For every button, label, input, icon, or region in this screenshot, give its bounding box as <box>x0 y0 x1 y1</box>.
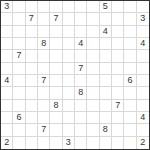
empty-cell-r11c3[interactable] <box>26 124 38 136</box>
empty-cell-r5c7[interactable] <box>75 50 87 62</box>
empty-cell-r12c4[interactable] <box>38 137 50 149</box>
empty-cell-r6c1[interactable] <box>1 63 13 75</box>
empty-cell-r12c8[interactable] <box>87 137 99 149</box>
empty-cell-r9c1[interactable] <box>1 100 13 112</box>
empty-cell-r7c7[interactable] <box>75 75 87 87</box>
empty-cell-r6c8[interactable] <box>87 63 99 75</box>
empty-cell-r11c11[interactable] <box>124 124 136 136</box>
empty-cell-r5c6[interactable] <box>63 50 75 62</box>
empty-cell-r2c7[interactable] <box>75 13 87 25</box>
empty-cell-r9c7[interactable] <box>75 100 87 112</box>
empty-cell-r3c4[interactable] <box>38 26 50 38</box>
empty-cell-r9c3[interactable] <box>26 100 38 112</box>
empty-cell-r5c3[interactable] <box>26 50 38 62</box>
empty-cell-r5c1[interactable] <box>1 50 13 62</box>
empty-cell-r10c10[interactable] <box>112 112 124 124</box>
empty-cell-r2c1[interactable] <box>1 13 13 25</box>
clue-cell-r2c5: 7 <box>50 13 62 25</box>
clue-cell-r8c7: 8 <box>75 87 87 99</box>
empty-cell-r5c11[interactable] <box>124 50 136 62</box>
clue-cell-r7c4: 7 <box>38 75 50 87</box>
empty-cell-r3c3[interactable] <box>26 26 38 38</box>
empty-cell-r1c7[interactable] <box>75 1 87 13</box>
empty-cell-r12c5[interactable] <box>50 137 62 149</box>
empty-cell-r8c4[interactable] <box>38 87 50 99</box>
clue-cell-r2c12: 3 <box>137 13 149 25</box>
empty-cell-r2c8[interactable] <box>87 13 99 25</box>
empty-cell-r3c1[interactable] <box>1 26 13 38</box>
empty-cell-r2c6[interactable] <box>63 13 75 25</box>
empty-cell-r6c9[interactable] <box>100 63 112 75</box>
empty-cell-r10c7[interactable] <box>75 112 87 124</box>
empty-cell-r10c6[interactable] <box>63 112 75 124</box>
clue-cell-r1c1: 3 <box>1 1 13 13</box>
empty-cell-r8c10[interactable] <box>112 87 124 99</box>
empty-cell-r4c3[interactable] <box>26 38 38 50</box>
empty-cell-r2c4[interactable] <box>38 13 50 25</box>
empty-cell-r4c8[interactable] <box>87 38 99 50</box>
empty-cell-r12c11[interactable] <box>124 137 136 149</box>
clue-cell-r4c12: 4 <box>137 38 149 50</box>
clue-cell-r6c7: 7 <box>75 63 87 75</box>
empty-cell-r9c4[interactable] <box>38 100 50 112</box>
empty-cell-r6c3[interactable] <box>26 63 38 75</box>
empty-cell-r8c12[interactable] <box>137 87 149 99</box>
empty-cell-r3c10[interactable] <box>112 26 124 38</box>
clue-cell-r9c5: 8 <box>50 100 62 112</box>
empty-cell-r4c9[interactable] <box>100 38 112 50</box>
empty-cell-r9c8[interactable] <box>87 100 99 112</box>
empty-cell-r1c4[interactable] <box>38 1 50 13</box>
empty-cell-r6c5[interactable] <box>50 63 62 75</box>
empty-cell-r3c6[interactable] <box>63 26 75 38</box>
empty-cell-r8c3[interactable] <box>26 87 38 99</box>
clue-cell-r3c9: 4 <box>100 26 112 38</box>
clue-cell-r4c7: 4 <box>75 38 87 50</box>
clue-cell-r12c12: 2 <box>137 137 149 149</box>
empty-cell-r11c5[interactable] <box>50 124 62 136</box>
empty-cell-r3c12[interactable] <box>137 26 149 38</box>
empty-cell-r1c6[interactable] <box>63 1 75 13</box>
empty-cell-r7c5[interactable] <box>50 75 62 87</box>
empty-cell-r12c9[interactable] <box>100 137 112 149</box>
clue-cell-r10c2: 6 <box>13 112 25 124</box>
clue-cell-r9c10: 7 <box>112 100 124 112</box>
empty-cell-r10c8[interactable] <box>87 112 99 124</box>
empty-cell-r8c2[interactable] <box>13 87 25 99</box>
empty-cell-r6c11[interactable] <box>124 63 136 75</box>
clue-cell-r2c3: 7 <box>26 13 38 25</box>
empty-cell-r2c10[interactable] <box>112 13 124 25</box>
empty-cell-r12c10[interactable] <box>112 137 124 149</box>
empty-cell-r8c1[interactable] <box>1 87 13 99</box>
empty-cell-r5c5[interactable] <box>50 50 62 62</box>
empty-cell-r10c9[interactable] <box>100 112 112 124</box>
empty-cell-r5c10[interactable] <box>112 50 124 62</box>
empty-cell-r4c6[interactable] <box>63 38 75 50</box>
empty-cell-r10c5[interactable] <box>50 112 62 124</box>
empty-cell-r11c8[interactable] <box>87 124 99 136</box>
empty-cell-r7c2[interactable] <box>13 75 25 87</box>
empty-cell-r9c9[interactable] <box>100 100 112 112</box>
empty-cell-r5c9[interactable] <box>100 50 112 62</box>
clue-cell-r4c4: 8 <box>38 38 50 50</box>
empty-cell-r12c7[interactable] <box>75 137 87 149</box>
empty-cell-r9c2[interactable] <box>13 100 25 112</box>
empty-cell-r5c8[interactable] <box>87 50 99 62</box>
empty-cell-r4c2[interactable] <box>13 38 25 50</box>
empty-cell-r9c11[interactable] <box>124 100 136 112</box>
empty-cell-r1c10[interactable] <box>112 1 124 13</box>
empty-cell-r12c2[interactable] <box>13 137 25 149</box>
empty-cell-r2c11[interactable] <box>124 13 136 25</box>
empty-cell-r11c7[interactable] <box>75 124 87 136</box>
empty-cell-r6c2[interactable] <box>13 63 25 75</box>
empty-cell-r9c12[interactable] <box>137 100 149 112</box>
clue-cell-r10c12: 4 <box>137 112 149 124</box>
empty-cell-r4c5[interactable] <box>50 38 62 50</box>
empty-cell-r7c6[interactable] <box>63 75 75 87</box>
empty-cell-r6c10[interactable] <box>112 63 124 75</box>
empty-cell-r3c8[interactable] <box>87 26 99 38</box>
clue-cell-r7c1: 4 <box>1 75 13 87</box>
empty-cell-r3c5[interactable] <box>50 26 62 38</box>
empty-cell-r3c11[interactable] <box>124 26 136 38</box>
empty-cell-r4c1[interactable] <box>1 38 13 50</box>
empty-cell-r1c11[interactable] <box>124 1 136 13</box>
empty-cell-r2c2[interactable] <box>13 13 25 25</box>
empty-cell-r11c1[interactable] <box>1 124 13 136</box>
empty-cell-r7c10[interactable] <box>112 75 124 87</box>
empty-cell-r6c12[interactable] <box>137 63 149 75</box>
empty-cell-r6c6[interactable] <box>63 63 75 75</box>
empty-cell-r8c11[interactable] <box>124 87 136 99</box>
empty-cell-r10c3[interactable] <box>26 112 38 124</box>
empty-cell-r11c2[interactable] <box>13 124 25 136</box>
empty-cell-r7c8[interactable] <box>87 75 99 87</box>
empty-cell-r3c7[interactable] <box>75 26 87 38</box>
empty-cell-r8c5[interactable] <box>50 87 62 99</box>
clue-cell-r5c2: 7 <box>13 50 25 62</box>
empty-cell-r10c11[interactable] <box>124 112 136 124</box>
empty-cell-r10c4[interactable] <box>38 112 50 124</box>
empty-cell-r1c5[interactable] <box>50 1 62 13</box>
empty-cell-r8c9[interactable] <box>100 87 112 99</box>
empty-cell-r6c4[interactable] <box>38 63 50 75</box>
empty-cell-r4c10[interactable] <box>112 38 124 50</box>
puzzle-grid: 357734844774768876478232 <box>0 0 150 150</box>
empty-cell-r9c6[interactable] <box>63 100 75 112</box>
clue-cell-r7c11: 6 <box>124 75 136 87</box>
empty-cell-r11c6[interactable] <box>63 124 75 136</box>
empty-cell-r5c4[interactable] <box>38 50 50 62</box>
empty-cell-r5c12[interactable] <box>137 50 149 62</box>
empty-cell-r7c12[interactable] <box>137 75 149 87</box>
empty-cell-r11c10[interactable] <box>112 124 124 136</box>
empty-cell-r4c11[interactable] <box>124 38 136 50</box>
empty-cell-r11c12[interactable] <box>137 124 149 136</box>
clue-cell-r12c6: 3 <box>63 137 75 149</box>
empty-cell-r8c8[interactable] <box>87 87 99 99</box>
empty-cell-r2c9[interactable] <box>100 13 112 25</box>
empty-cell-r7c9[interactable] <box>100 75 112 87</box>
clue-cell-r1c9: 5 <box>100 1 112 13</box>
empty-cell-r1c8[interactable] <box>87 1 99 13</box>
empty-cell-r3c2[interactable] <box>13 26 25 38</box>
empty-cell-r1c3[interactable] <box>26 1 38 13</box>
empty-cell-r10c1[interactable] <box>1 112 13 124</box>
empty-cell-r12c3[interactable] <box>26 137 38 149</box>
empty-cell-r1c12[interactable] <box>137 1 149 13</box>
clue-cell-r11c9: 8 <box>100 124 112 136</box>
clue-cell-r11c4: 7 <box>38 124 50 136</box>
empty-cell-r8c6[interactable] <box>63 87 75 99</box>
clue-cell-r12c1: 2 <box>1 137 13 149</box>
empty-cell-r7c3[interactable] <box>26 75 38 87</box>
empty-cell-r1c2[interactable] <box>13 1 25 13</box>
